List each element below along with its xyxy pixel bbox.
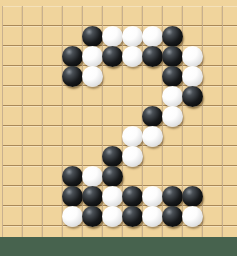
board-cell[interactable] [62, 186, 82, 206]
board-cell[interactable] [182, 6, 202, 26]
board-cell[interactable] [42, 66, 62, 86]
board-cell[interactable] [2, 106, 22, 126]
board-cell[interactable] [142, 46, 162, 66]
board-cell[interactable] [102, 166, 122, 186]
board-cell[interactable] [162, 66, 182, 86]
white-stone [142, 186, 163, 207]
board-cell[interactable] [162, 126, 182, 146]
board-cell[interactable] [42, 26, 62, 46]
board-cell[interactable] [162, 86, 182, 106]
board-cell[interactable] [122, 146, 142, 166]
board-cell[interactable] [142, 146, 162, 166]
board-cell[interactable] [102, 186, 122, 206]
black-stone [102, 166, 123, 187]
bottom-bar [0, 237, 237, 256]
board-cell[interactable] [2, 146, 22, 166]
board-cell[interactable] [182, 46, 202, 66]
white-stone [142, 126, 163, 147]
board-cell[interactable] [162, 26, 182, 46]
board-cell[interactable] [42, 166, 62, 186]
board-cell[interactable] [142, 166, 162, 186]
black-stone [122, 186, 143, 207]
board-cell[interactable] [22, 66, 42, 86]
board-cell[interactable] [62, 226, 82, 237]
board-cell[interactable] [2, 186, 22, 206]
board-cell[interactable] [2, 46, 22, 66]
white-stone [62, 206, 83, 227]
board-cell[interactable] [162, 206, 182, 226]
black-stone [102, 46, 123, 67]
white-stone [182, 46, 203, 67]
board-cell[interactable] [202, 206, 222, 226]
board-cell[interactable] [2, 206, 22, 226]
go-board [0, 0, 237, 237]
board-cell[interactable] [222, 6, 237, 26]
black-stone [162, 186, 183, 207]
board-cell[interactable] [202, 66, 222, 86]
board-cell[interactable] [42, 46, 62, 66]
board-cell[interactable] [222, 186, 237, 206]
board-cell[interactable] [102, 226, 122, 237]
board-cell[interactable] [62, 166, 82, 186]
board-cell[interactable] [162, 146, 182, 166]
board-cell[interactable] [202, 6, 222, 26]
board-cell[interactable] [62, 146, 82, 166]
board-cell[interactable] [122, 166, 142, 186]
board-cell[interactable] [202, 46, 222, 66]
board-cell[interactable] [202, 106, 222, 126]
board-cell[interactable] [82, 166, 102, 186]
white-stone [122, 146, 143, 167]
board-cell[interactable] [122, 6, 142, 26]
board-cell[interactable] [142, 186, 162, 206]
board-cell[interactable] [22, 186, 42, 206]
black-stone [162, 206, 183, 227]
board-cell[interactable] [182, 206, 202, 226]
board-cell[interactable] [122, 126, 142, 146]
board-cell[interactable] [202, 186, 222, 206]
board-cell[interactable] [62, 126, 82, 146]
board-cell[interactable] [82, 106, 102, 126]
board-cell[interactable] [102, 66, 122, 86]
board-cell[interactable] [82, 146, 102, 166]
board-cell[interactable] [42, 86, 62, 106]
board-cell[interactable] [102, 86, 122, 106]
board-cell[interactable] [122, 86, 142, 106]
black-stone [122, 206, 143, 227]
board-cell[interactable] [22, 146, 42, 166]
board-cell[interactable] [22, 226, 42, 237]
white-stone [82, 166, 103, 187]
board-cell[interactable] [82, 26, 102, 46]
board-cell[interactable] [142, 6, 162, 26]
board-cell[interactable] [22, 166, 42, 186]
black-stone [62, 166, 83, 187]
black-stone [182, 186, 203, 207]
black-stone [62, 66, 83, 87]
board-cell[interactable] [102, 146, 122, 166]
board-cell[interactable] [222, 206, 237, 226]
board-cell[interactable] [42, 106, 62, 126]
board-cell[interactable] [222, 146, 237, 166]
board-cell[interactable] [182, 186, 202, 206]
board-cell[interactable] [142, 206, 162, 226]
white-stone [82, 66, 103, 87]
board-cell[interactable] [122, 206, 142, 226]
board-cell[interactable] [42, 206, 62, 226]
black-stone [142, 106, 163, 127]
board-cell[interactable] [102, 26, 122, 46]
go-app-screen [0, 0, 237, 256]
black-stone [102, 146, 123, 167]
board-cell[interactable] [162, 166, 182, 186]
board-cell[interactable] [22, 106, 42, 126]
black-stone [62, 46, 83, 67]
white-stone [122, 26, 143, 47]
white-stone [122, 46, 143, 67]
board-cell[interactable] [122, 26, 142, 46]
black-stone [162, 46, 183, 67]
board-cell[interactable] [62, 6, 82, 26]
black-stone [142, 46, 163, 67]
black-stone [82, 26, 103, 47]
board-cell[interactable] [122, 46, 142, 66]
board-grid [2, 6, 237, 237]
board-cell[interactable] [162, 6, 182, 26]
board-cell[interactable] [222, 26, 237, 46]
board-cell[interactable] [22, 26, 42, 46]
board-cell[interactable] [22, 46, 42, 66]
board-cell[interactable] [62, 86, 82, 106]
board-cell[interactable] [82, 6, 102, 26]
board-cell[interactable] [142, 226, 162, 237]
white-stone [102, 206, 123, 227]
board-cell[interactable] [222, 66, 237, 86]
board-cell[interactable] [202, 166, 222, 186]
white-stone [182, 66, 203, 87]
board-cell[interactable] [62, 66, 82, 86]
board-cell[interactable] [82, 46, 102, 66]
board-cell[interactable] [102, 106, 122, 126]
board-cell[interactable] [202, 146, 222, 166]
board-cell[interactable] [222, 106, 237, 126]
board-cell[interactable] [182, 106, 202, 126]
board-cell[interactable] [162, 106, 182, 126]
board-cell[interactable] [102, 126, 122, 146]
board-cell[interactable] [122, 106, 142, 126]
white-stone [142, 26, 163, 47]
black-stone [162, 26, 183, 47]
black-stone [182, 86, 203, 107]
board-cell[interactable] [102, 206, 122, 226]
board-cell[interactable] [2, 66, 22, 86]
white-stone [102, 26, 123, 47]
board-cell[interactable] [82, 226, 102, 237]
board-cell[interactable] [222, 126, 237, 146]
board-cell[interactable] [62, 206, 82, 226]
board-cell[interactable] [102, 46, 122, 66]
board-cell[interactable] [2, 166, 22, 186]
white-stone [182, 206, 203, 227]
white-stone [162, 86, 183, 107]
board-cell[interactable] [142, 106, 162, 126]
board-cell[interactable] [42, 6, 62, 26]
board-cell[interactable] [82, 66, 102, 86]
white-stone [102, 186, 123, 207]
black-stone [62, 186, 83, 207]
board-cell[interactable] [82, 186, 102, 206]
board-cell[interactable] [142, 126, 162, 146]
board-cell[interactable] [202, 86, 222, 106]
black-stone [162, 66, 183, 87]
white-stone [142, 206, 163, 227]
board-cell[interactable] [182, 166, 202, 186]
board-cell[interactable] [142, 26, 162, 46]
board-cell[interactable] [122, 226, 142, 237]
board-cell[interactable] [182, 126, 202, 146]
board-cell[interactable] [202, 26, 222, 46]
board-cell[interactable] [2, 226, 22, 237]
white-stone [122, 126, 143, 147]
board-cell[interactable] [62, 26, 82, 46]
board-cell[interactable] [22, 86, 42, 106]
white-stone [162, 106, 183, 127]
board-cell[interactable] [202, 226, 222, 237]
board-cell[interactable] [202, 126, 222, 146]
board-cell[interactable] [222, 86, 237, 106]
board-cell[interactable] [82, 86, 102, 106]
board-cell[interactable] [2, 6, 22, 26]
board-cell[interactable] [182, 26, 202, 46]
board-cell[interactable] [22, 6, 42, 26]
board-cell[interactable] [82, 126, 102, 146]
board-cell[interactable] [62, 106, 82, 126]
board-cell[interactable] [82, 206, 102, 226]
board-cell[interactable] [122, 66, 142, 86]
board-cell[interactable] [222, 226, 237, 237]
black-stone [82, 206, 103, 227]
board-cell[interactable] [42, 186, 62, 206]
board-cell[interactable] [162, 186, 182, 206]
board-cell[interactable] [162, 46, 182, 66]
board-cell[interactable] [182, 226, 202, 237]
board-cell[interactable] [142, 86, 162, 106]
black-stone [82, 186, 103, 207]
board-cell[interactable] [22, 126, 42, 146]
board-cell[interactable] [42, 146, 62, 166]
board-cell[interactable] [142, 66, 162, 86]
board-cell[interactable] [222, 166, 237, 186]
board-cell[interactable] [42, 226, 62, 237]
board-cell[interactable] [182, 146, 202, 166]
board-cell[interactable] [122, 186, 142, 206]
board-cell[interactable] [182, 66, 202, 86]
board-cell[interactable] [102, 6, 122, 26]
board-cell[interactable] [2, 126, 22, 146]
board-cell[interactable] [182, 86, 202, 106]
white-stone [82, 46, 103, 67]
board-cell[interactable] [2, 86, 22, 106]
board-cell[interactable] [42, 126, 62, 146]
board-cell[interactable] [162, 226, 182, 237]
board-cell[interactable] [222, 46, 237, 66]
board-cell[interactable] [22, 206, 42, 226]
board-cell[interactable] [2, 26, 22, 46]
board-cell[interactable] [62, 46, 82, 66]
